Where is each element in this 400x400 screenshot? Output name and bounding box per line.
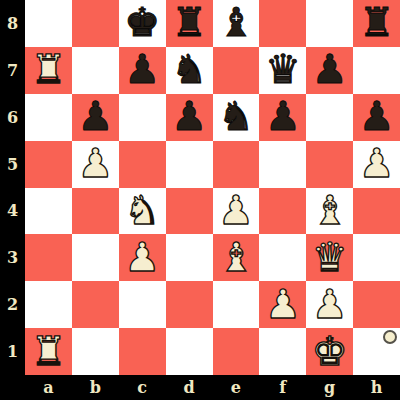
square-h3[interactable] — [353, 234, 400, 281]
square-e8[interactable]: ♝ — [213, 0, 260, 47]
black-bishop-e8[interactable]: ♝ — [218, 2, 254, 42]
square-c2[interactable] — [119, 281, 166, 328]
file-labels: abcdefgh — [25, 375, 400, 400]
square-b1[interactable] — [72, 328, 119, 375]
square-d8[interactable]: ♜ — [166, 0, 213, 47]
white-bishop-g4[interactable]: ♝ — [312, 190, 348, 230]
rank-labels: 87654321 — [0, 0, 25, 375]
white-pawn-c3[interactable]: ♟ — [124, 237, 160, 277]
black-king-c8[interactable]: ♚ — [124, 2, 160, 42]
rank-label-5: 5 — [0, 141, 25, 188]
rank-label-6: 6 — [0, 94, 25, 141]
black-rook-h8[interactable]: ♜ — [359, 2, 395, 42]
rank-label-7: 7 — [0, 47, 25, 94]
square-g2[interactable]: ♟ — [306, 281, 353, 328]
square-f3[interactable] — [259, 234, 306, 281]
black-knight-d7[interactable]: ♞ — [171, 49, 207, 89]
square-d2[interactable] — [166, 281, 213, 328]
square-b7[interactable] — [72, 47, 119, 94]
file-label-h: h — [353, 375, 400, 400]
file-label-d: d — [166, 375, 213, 400]
board: ♚♜♝♜♜♟♞♛♟♟♟♞♟♟♟♟♞♟♝♟♝♛♟♟♜♚ — [25, 0, 400, 375]
file-label-a: a — [25, 375, 72, 400]
square-d4[interactable] — [166, 188, 213, 235]
white-knight-c4[interactable]: ♞ — [124, 190, 160, 230]
black-pawn-g7[interactable]: ♟ — [312, 49, 348, 89]
square-e6[interactable]: ♞ — [213, 94, 260, 141]
square-g3[interactable]: ♛ — [306, 234, 353, 281]
square-c6[interactable] — [119, 94, 166, 141]
black-pawn-h6[interactable]: ♟ — [359, 96, 395, 136]
black-pawn-f6[interactable]: ♟ — [265, 96, 301, 136]
square-a3[interactable] — [25, 234, 72, 281]
square-e7[interactable] — [213, 47, 260, 94]
square-d6[interactable]: ♟ — [166, 94, 213, 141]
square-b8[interactable] — [72, 0, 119, 47]
square-c3[interactable]: ♟ — [119, 234, 166, 281]
black-pawn-b6[interactable]: ♟ — [77, 96, 113, 136]
square-g6[interactable] — [306, 94, 353, 141]
square-a5[interactable] — [25, 141, 72, 188]
square-a8[interactable] — [25, 0, 72, 47]
file-label-c: c — [119, 375, 166, 400]
file-label-f: f — [259, 375, 306, 400]
rank-label-4: 4 — [0, 188, 25, 235]
square-a7[interactable]: ♜ — [25, 47, 72, 94]
square-b5[interactable]: ♟ — [72, 141, 119, 188]
square-e4[interactable]: ♟ — [213, 188, 260, 235]
square-b4[interactable] — [72, 188, 119, 235]
white-pawn-e4[interactable]: ♟ — [218, 190, 254, 230]
square-g7[interactable]: ♟ — [306, 47, 353, 94]
white-king-g1[interactable]: ♚ — [312, 331, 348, 371]
square-f6[interactable]: ♟ — [259, 94, 306, 141]
square-e1[interactable] — [213, 328, 260, 375]
square-e5[interactable] — [213, 141, 260, 188]
black-pawn-c7[interactable]: ♟ — [124, 49, 160, 89]
square-b3[interactable] — [72, 234, 119, 281]
white-pawn-b5[interactable]: ♟ — [77, 143, 113, 183]
square-g4[interactable]: ♝ — [306, 188, 353, 235]
square-c8[interactable]: ♚ — [119, 0, 166, 47]
square-a1[interactable]: ♜ — [25, 328, 72, 375]
square-f5[interactable] — [259, 141, 306, 188]
white-pawn-h5[interactable]: ♟ — [359, 143, 395, 183]
rank-label-8: 8 — [0, 0, 25, 47]
white-pawn-f2[interactable]: ♟ — [265, 284, 301, 324]
square-h8[interactable]: ♜ — [353, 0, 400, 47]
square-c1[interactable] — [119, 328, 166, 375]
square-f8[interactable] — [259, 0, 306, 47]
white-rook-a7[interactable]: ♜ — [31, 49, 67, 89]
black-knight-e6[interactable]: ♞ — [218, 96, 254, 136]
square-a4[interactable] — [25, 188, 72, 235]
square-d3[interactable] — [166, 234, 213, 281]
white-pawn-g2[interactable]: ♟ — [312, 284, 348, 324]
square-h5[interactable]: ♟ — [353, 141, 400, 188]
square-e2[interactable] — [213, 281, 260, 328]
square-d7[interactable]: ♞ — [166, 47, 213, 94]
rank-label-1: 1 — [0, 328, 25, 375]
file-label-b: b — [72, 375, 119, 400]
white-bishop-e3[interactable]: ♝ — [218, 237, 254, 277]
square-c4[interactable]: ♞ — [119, 188, 166, 235]
square-g5[interactable] — [306, 141, 353, 188]
white-to-move-indicator — [383, 330, 397, 344]
square-a2[interactable] — [25, 281, 72, 328]
square-f4[interactable] — [259, 188, 306, 235]
rank-label-2: 2 — [0, 281, 25, 328]
white-rook-a1[interactable]: ♜ — [31, 331, 67, 371]
square-c5[interactable] — [119, 141, 166, 188]
square-h2[interactable] — [353, 281, 400, 328]
black-rook-d8[interactable]: ♜ — [171, 2, 207, 42]
square-g1[interactable]: ♚ — [306, 328, 353, 375]
square-h4[interactable] — [353, 188, 400, 235]
square-a6[interactable] — [25, 94, 72, 141]
white-queen-g3[interactable]: ♛ — [312, 237, 348, 277]
square-c7[interactable]: ♟ — [119, 47, 166, 94]
square-h6[interactable]: ♟ — [353, 94, 400, 141]
square-d1[interactable] — [166, 328, 213, 375]
chess-diagram: 87654321 ♚♜♝♜♜♟♞♛♟♟♟♞♟♟♟♟♞♟♝♟♝♛♟♟♜♚ abcd… — [0, 0, 400, 400]
square-f2[interactable]: ♟ — [259, 281, 306, 328]
square-g8[interactable] — [306, 0, 353, 47]
square-h7[interactable] — [353, 47, 400, 94]
square-d5[interactable] — [166, 141, 213, 188]
rank-label-3: 3 — [0, 234, 25, 281]
square-b6[interactable]: ♟ — [72, 94, 119, 141]
black-queen-f7[interactable]: ♛ — [265, 49, 301, 89]
square-b2[interactable] — [72, 281, 119, 328]
square-f1[interactable] — [259, 328, 306, 375]
square-f7[interactable]: ♛ — [259, 47, 306, 94]
file-label-g: g — [306, 375, 353, 400]
square-e3[interactable]: ♝ — [213, 234, 260, 281]
file-label-e: e — [213, 375, 260, 400]
black-pawn-d6[interactable]: ♟ — [171, 96, 207, 136]
